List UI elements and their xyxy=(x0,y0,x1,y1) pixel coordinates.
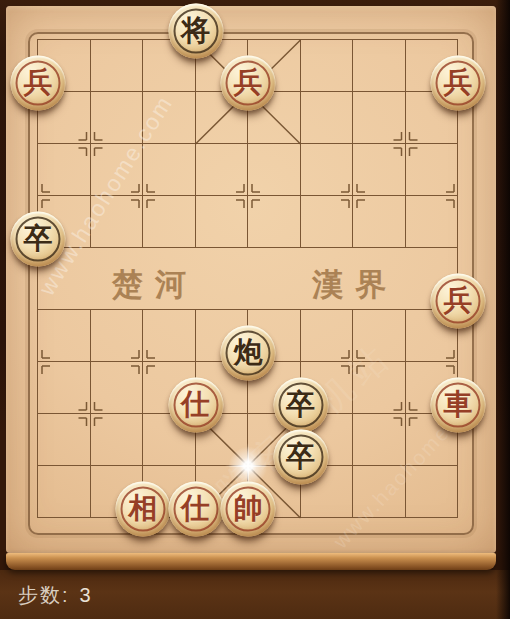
board-cell xyxy=(91,144,144,196)
board-cell xyxy=(91,310,144,362)
board-cell xyxy=(406,466,459,518)
board-cell xyxy=(196,248,249,310)
river-label-left: 楚河 xyxy=(106,264,198,306)
move-counter-label: 步数: xyxy=(18,584,70,606)
piece-red-advisor[interactable]: 仕 xyxy=(168,378,223,433)
board-cell xyxy=(248,248,301,310)
board-cell xyxy=(38,466,91,518)
piece-character: 兵 xyxy=(444,286,473,315)
board-cell xyxy=(91,40,144,92)
board-cell xyxy=(91,362,144,414)
board-cell xyxy=(38,144,91,196)
piece-character: 将 xyxy=(181,16,210,45)
piece-red-general[interactable]: 帥 xyxy=(221,482,276,537)
piece-red-advisor[interactable]: 仕 xyxy=(168,482,223,537)
board-cell xyxy=(353,414,406,466)
board-cell xyxy=(301,40,354,92)
piece-character: 兵 xyxy=(444,68,473,97)
board-cell xyxy=(38,414,91,466)
board-cell xyxy=(353,40,406,92)
piece-character: 兵 xyxy=(234,68,263,97)
board-cell xyxy=(406,196,459,248)
board-panel[interactable]: www.haohome.com 嗨客手机站 楚河 漢界 将兵兵兵卒兵炮仕卒車卒相… xyxy=(6,6,496,553)
board-cell xyxy=(301,92,354,144)
board-cell xyxy=(143,144,196,196)
piece-character: 卒 xyxy=(286,442,315,471)
board-cell xyxy=(301,196,354,248)
piece-character: 帥 xyxy=(234,494,263,523)
board-cell xyxy=(301,310,354,362)
board-cell xyxy=(91,196,144,248)
board-cell xyxy=(353,196,406,248)
piece-red-soldier[interactable]: 兵 xyxy=(431,274,486,329)
move-counter-value: 3 xyxy=(80,584,93,606)
piece-red-elephant[interactable]: 相 xyxy=(116,482,171,537)
piece-character: 卒 xyxy=(24,224,53,253)
board-cell xyxy=(91,92,144,144)
piece-character: 炮 xyxy=(234,338,263,367)
piece-red-soldier[interactable]: 兵 xyxy=(431,56,486,111)
piece-character: 兵 xyxy=(24,68,53,97)
board-cell xyxy=(143,196,196,248)
board-cell xyxy=(38,310,91,362)
board-cell xyxy=(406,144,459,196)
xiangqi-app: www.haohome.com 嗨客手机站 楚河 漢界 将兵兵兵卒兵炮仕卒車卒相… xyxy=(0,0,510,619)
piece-character: 仕 xyxy=(181,390,210,419)
board-cell xyxy=(353,362,406,414)
board-cell xyxy=(353,144,406,196)
board-cell xyxy=(353,92,406,144)
piece-red-chariot[interactable]: 車 xyxy=(431,378,486,433)
piece-black-soldier[interactable]: 卒 xyxy=(11,212,66,267)
board-cell xyxy=(248,196,301,248)
board-cell xyxy=(143,92,196,144)
board-cell xyxy=(196,196,249,248)
piece-red-soldier[interactable]: 兵 xyxy=(11,56,66,111)
move-counter: 步数:3 xyxy=(18,582,93,609)
piece-black-general[interactable]: 将 xyxy=(168,4,223,59)
piece-black-soldier[interactable]: 卒 xyxy=(273,430,328,485)
piece-character: 卒 xyxy=(286,390,315,419)
river-label-right: 漢界 xyxy=(306,264,398,306)
board-cell xyxy=(38,362,91,414)
board-cell xyxy=(196,144,249,196)
board-cell xyxy=(143,310,196,362)
piece-red-soldier[interactable]: 兵 xyxy=(221,56,276,111)
piece-character: 仕 xyxy=(181,494,210,523)
board-cell xyxy=(301,144,354,196)
board-cell xyxy=(353,310,406,362)
board-cell xyxy=(353,466,406,518)
piece-black-soldier[interactable]: 卒 xyxy=(273,378,328,433)
piece-character: 車 xyxy=(444,390,473,419)
board-cell xyxy=(248,144,301,196)
piece-black-cannon[interactable]: 炮 xyxy=(221,326,276,381)
board-cell xyxy=(91,414,144,466)
board-bottom-edge xyxy=(6,553,496,570)
piece-character: 相 xyxy=(129,494,158,523)
